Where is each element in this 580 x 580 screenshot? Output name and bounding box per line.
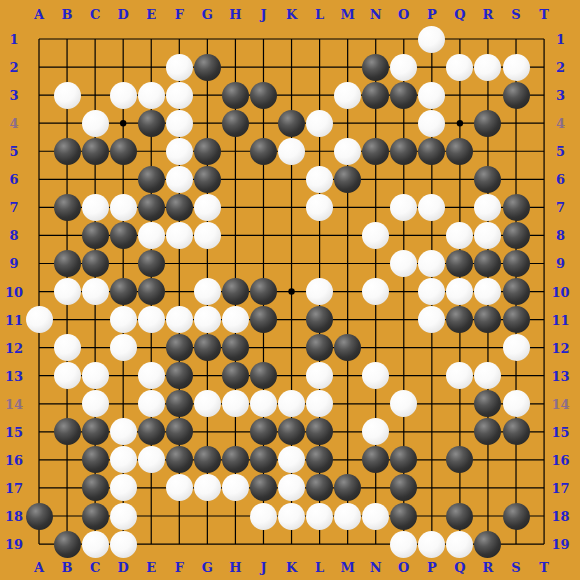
white-stone-O2 <box>390 54 417 81</box>
white-stone-S2 <box>503 54 530 81</box>
row-label-right-11: 11 <box>551 313 569 326</box>
white-stone-E14 <box>138 390 165 417</box>
black-stone-M6 <box>334 166 361 193</box>
black-stone-F14 <box>166 390 193 417</box>
black-stone-G12 <box>194 334 221 361</box>
black-stone-H4 <box>222 110 249 137</box>
col-label-bottom-O: O <box>398 561 409 574</box>
col-label-bottom-A: A <box>34 561 44 574</box>
col-label-top-R: R <box>483 8 494 21</box>
black-stone-S10 <box>503 278 530 305</box>
row-label-right-15: 15 <box>551 425 569 438</box>
white-stone-F11 <box>166 306 193 333</box>
white-stone-D11 <box>110 306 137 333</box>
col-label-bottom-H: H <box>229 561 241 574</box>
black-stone-S8 <box>503 222 530 249</box>
col-label-top-B: B <box>62 8 73 21</box>
black-stone-H13 <box>222 362 249 389</box>
white-stone-D16 <box>110 446 137 473</box>
black-stone-D10 <box>110 278 137 305</box>
white-stone-B10 <box>54 278 81 305</box>
row-label-right-18: 18 <box>551 510 569 523</box>
col-label-bottom-K: K <box>286 561 297 574</box>
black-stone-E4 <box>138 110 165 137</box>
black-stone-F16 <box>166 446 193 473</box>
black-stone-S18 <box>503 503 530 530</box>
black-stone-P5 <box>418 138 445 165</box>
white-stone-L10 <box>306 278 333 305</box>
black-stone-B15 <box>54 418 81 445</box>
black-stone-C9 <box>82 250 109 277</box>
white-stone-D17 <box>110 474 137 501</box>
white-stone-E8 <box>138 222 165 249</box>
row-label-right-1: 1 <box>556 33 565 46</box>
white-stone-D18 <box>110 503 137 530</box>
white-stone-M3 <box>334 82 361 109</box>
black-stone-O5 <box>390 138 417 165</box>
white-stone-K5 <box>278 138 305 165</box>
black-stone-J11 <box>250 306 277 333</box>
white-stone-F3 <box>166 82 193 109</box>
black-stone-B9 <box>54 250 81 277</box>
row-label-right-4: 4 <box>556 117 565 130</box>
black-stone-C8 <box>82 222 109 249</box>
star-point-Q4 <box>457 120 463 126</box>
black-stone-E15 <box>138 418 165 445</box>
black-stone-S3 <box>503 82 530 109</box>
white-stone-K18 <box>278 503 305 530</box>
white-stone-H11 <box>222 306 249 333</box>
black-stone-F13 <box>166 362 193 389</box>
col-label-bottom-B: B <box>62 561 73 574</box>
black-stone-E10 <box>138 278 165 305</box>
black-stone-R4 <box>474 110 501 137</box>
white-stone-G8 <box>194 222 221 249</box>
white-stone-L7 <box>306 194 333 221</box>
black-stone-D5 <box>110 138 137 165</box>
white-stone-J18 <box>250 503 277 530</box>
white-stone-P3 <box>418 82 445 109</box>
col-label-bottom-F: F <box>175 561 184 574</box>
white-stone-O19 <box>390 531 417 558</box>
black-stone-N3 <box>362 82 389 109</box>
row-label-right-5: 5 <box>556 145 565 158</box>
black-stone-G6 <box>194 166 221 193</box>
col-label-top-F: F <box>175 8 184 21</box>
white-stone-C10 <box>82 278 109 305</box>
row-label-right-17: 17 <box>551 481 569 494</box>
white-stone-R2 <box>474 54 501 81</box>
col-label-top-J: J <box>260 8 266 21</box>
col-label-top-T: T <box>539 8 549 21</box>
white-stone-E3 <box>138 82 165 109</box>
white-stone-P1 <box>418 26 445 53</box>
col-label-top-G: G <box>202 8 213 21</box>
white-stone-B13 <box>54 362 81 389</box>
white-stone-G11 <box>194 306 221 333</box>
black-stone-F12 <box>166 334 193 361</box>
white-stone-N18 <box>362 503 389 530</box>
star-point-D4 <box>120 120 126 126</box>
white-stone-C4 <box>82 110 109 137</box>
white-stone-C14 <box>82 390 109 417</box>
white-stone-L18 <box>306 503 333 530</box>
row-label-right-19: 19 <box>551 538 569 551</box>
col-label-top-P: P <box>427 8 437 21</box>
white-stone-A11 <box>26 306 53 333</box>
star-point-K10 <box>288 288 294 294</box>
col-label-top-Q: Q <box>454 8 465 21</box>
col-label-bottom-N: N <box>370 561 382 574</box>
white-stone-N8 <box>362 222 389 249</box>
white-stone-D12 <box>110 334 137 361</box>
black-stone-B19 <box>54 531 81 558</box>
col-label-top-L: L <box>315 8 324 21</box>
white-stone-Q19 <box>446 531 473 558</box>
row-label-left-11: 11 <box>5 313 23 326</box>
white-stone-E11 <box>138 306 165 333</box>
go-board-diagram: AABBCCDDEEFFGGHHJJKKLLMMNNOOPPQQRRSSTT11… <box>0 0 580 580</box>
row-label-right-2: 2 <box>556 61 565 74</box>
white-stone-B3 <box>54 82 81 109</box>
col-label-bottom-R: R <box>483 561 494 574</box>
row-label-left-14: 14 <box>5 397 23 410</box>
white-stone-S12 <box>503 334 530 361</box>
black-stone-G2 <box>194 54 221 81</box>
col-label-top-C: C <box>90 8 100 21</box>
black-stone-J3 <box>250 82 277 109</box>
row-label-left-12: 12 <box>5 341 23 354</box>
row-label-left-6: 6 <box>9 173 18 186</box>
row-label-left-2: 2 <box>9 61 18 74</box>
white-stone-G7 <box>194 194 221 221</box>
black-stone-N5 <box>362 138 389 165</box>
black-stone-B7 <box>54 194 81 221</box>
white-stone-P19 <box>418 531 445 558</box>
white-stone-B12 <box>54 334 81 361</box>
black-stone-E7 <box>138 194 165 221</box>
row-label-left-19: 19 <box>5 538 23 551</box>
white-stone-C7 <box>82 194 109 221</box>
white-stone-E13 <box>138 362 165 389</box>
col-label-top-E: E <box>146 8 156 21</box>
row-label-left-17: 17 <box>5 481 23 494</box>
row-label-right-9: 9 <box>556 257 565 270</box>
white-stone-M18 <box>334 503 361 530</box>
black-stone-J5 <box>250 138 277 165</box>
black-stone-Q18 <box>446 503 473 530</box>
black-stone-S7 <box>503 194 530 221</box>
row-label-left-4: 4 <box>9 117 18 130</box>
row-label-left-5: 5 <box>9 145 18 158</box>
col-label-top-A: A <box>34 8 44 21</box>
black-stone-Q5 <box>446 138 473 165</box>
col-label-bottom-T: T <box>539 561 549 574</box>
col-label-bottom-Q: Q <box>454 561 465 574</box>
col-label-bottom-C: C <box>90 561 100 574</box>
row-label-right-10: 10 <box>551 285 569 298</box>
black-stone-K4 <box>278 110 305 137</box>
black-stone-C15 <box>82 418 109 445</box>
black-stone-H10 <box>222 278 249 305</box>
black-stone-G5 <box>194 138 221 165</box>
white-stone-F4 <box>166 110 193 137</box>
row-label-left-18: 18 <box>5 510 23 523</box>
black-stone-O3 <box>390 82 417 109</box>
white-stone-F2 <box>166 54 193 81</box>
white-stone-P4 <box>418 110 445 137</box>
black-stone-E9 <box>138 250 165 277</box>
black-stone-C5 <box>82 138 109 165</box>
row-label-left-3: 3 <box>9 89 18 102</box>
row-label-right-6: 6 <box>556 173 565 186</box>
black-stone-C18 <box>82 503 109 530</box>
col-label-top-D: D <box>118 8 129 21</box>
col-label-top-O: O <box>398 8 409 21</box>
white-stone-M5 <box>334 138 361 165</box>
row-label-right-16: 16 <box>551 453 569 466</box>
col-label-bottom-M: M <box>340 561 354 574</box>
black-stone-H3 <box>222 82 249 109</box>
black-stone-J10 <box>250 278 277 305</box>
black-stone-C16 <box>82 446 109 473</box>
black-stone-N2 <box>362 54 389 81</box>
row-label-left-13: 13 <box>5 369 23 382</box>
white-stone-C19 <box>82 531 109 558</box>
black-stone-E6 <box>138 166 165 193</box>
black-stone-S15 <box>503 418 530 445</box>
white-stone-G14 <box>194 390 221 417</box>
white-stone-D15 <box>110 418 137 445</box>
col-label-bottom-S: S <box>511 561 520 574</box>
row-label-left-10: 10 <box>5 285 23 298</box>
white-stone-D19 <box>110 531 137 558</box>
col-label-bottom-L: L <box>315 561 324 574</box>
black-stone-F7 <box>166 194 193 221</box>
row-label-right-7: 7 <box>556 201 565 214</box>
row-label-right-12: 12 <box>551 341 569 354</box>
row-label-left-9: 9 <box>9 257 18 270</box>
row-label-right-13: 13 <box>551 369 569 382</box>
col-label-top-M: M <box>340 8 354 21</box>
black-stone-J13 <box>250 362 277 389</box>
black-stone-B5 <box>54 138 81 165</box>
col-label-top-S: S <box>511 8 520 21</box>
white-stone-O7 <box>390 194 417 221</box>
black-stone-S11 <box>503 306 530 333</box>
col-label-bottom-E: E <box>146 561 156 574</box>
col-label-top-K: K <box>286 8 297 21</box>
row-label-left-16: 16 <box>5 453 23 466</box>
white-stone-P7 <box>418 194 445 221</box>
white-stone-G10 <box>194 278 221 305</box>
row-label-left-1: 1 <box>9 33 18 46</box>
black-stone-A18 <box>26 503 53 530</box>
black-stone-O18 <box>390 503 417 530</box>
col-label-bottom-D: D <box>118 561 129 574</box>
col-label-bottom-J: J <box>260 561 266 574</box>
white-stone-F6 <box>166 166 193 193</box>
black-stone-S9 <box>503 250 530 277</box>
row-label-right-3: 3 <box>556 89 565 102</box>
col-label-bottom-G: G <box>202 561 213 574</box>
white-stone-Q2 <box>446 54 473 81</box>
black-stone-C17 <box>82 474 109 501</box>
black-stone-D8 <box>110 222 137 249</box>
white-stone-S14 <box>503 390 530 417</box>
black-stone-R19 <box>474 531 501 558</box>
white-stone-H14 <box>222 390 249 417</box>
col-label-top-N: N <box>370 8 382 21</box>
row-label-left-7: 7 <box>9 201 18 214</box>
black-stone-H12 <box>222 334 249 361</box>
row-label-left-8: 8 <box>9 229 18 242</box>
row-label-right-8: 8 <box>556 229 565 242</box>
col-label-bottom-P: P <box>427 561 437 574</box>
col-label-top-H: H <box>229 8 241 21</box>
white-stone-L4 <box>306 110 333 137</box>
row-label-right-14: 14 <box>551 397 569 410</box>
white-stone-L6 <box>306 166 333 193</box>
white-stone-C13 <box>82 362 109 389</box>
white-stone-F8 <box>166 222 193 249</box>
row-label-left-15: 15 <box>5 425 23 438</box>
white-stone-D3 <box>110 82 137 109</box>
white-stone-D7 <box>110 194 137 221</box>
black-stone-L11 <box>306 306 333 333</box>
white-stone-F5 <box>166 138 193 165</box>
black-stone-F15 <box>166 418 193 445</box>
white-stone-E16 <box>138 446 165 473</box>
